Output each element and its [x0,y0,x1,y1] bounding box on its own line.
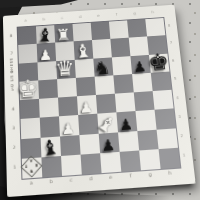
square-a8[interactable] [18,26,37,45]
square-d1[interactable] [81,153,102,175]
black-pawn-g6[interactable]: ♟ [133,59,148,74]
file-label-bottom-g: g [149,172,152,177]
square-f5[interactable] [113,74,133,94]
square-e5[interactable] [95,75,115,95]
square-c1[interactable] [61,154,82,176]
square-g3[interactable] [136,110,157,131]
file-label-bottom-e: e [109,175,112,180]
white-pawn-c3[interactable]: ♟ [61,120,76,136]
file-label-top-d: d [79,15,82,19]
file-label-bottom-h: h [168,171,171,176]
rank-label-right-7: 7 [170,41,173,45]
file-label-bottom-c: c [70,178,73,183]
rank-label-left-3: 3 [12,126,15,131]
logo-piece-glyph: ♞ [28,168,35,175]
square-g2[interactable] [137,129,158,150]
square-e8[interactable] [91,22,111,41]
square-f6[interactable] [112,56,132,75]
white-bishop-d7[interactable]: ♝ [73,40,93,61]
square-h8[interactable] [145,18,165,37]
square-a7[interactable] [18,44,37,63]
square-g8[interactable] [127,19,147,38]
white-rook-c8[interactable]: ♜ [55,27,71,44]
black-bishop-b8[interactable]: ♝ [35,26,53,45]
square-h1[interactable] [159,147,181,168]
white-pawn-b7[interactable]: ♟ [39,47,53,62]
square-d2[interactable] [79,133,100,154]
square-f1[interactable] [120,150,141,171]
rank-label-right-1: 1 [183,154,186,158]
file-label-bottom-f: f [130,174,132,179]
square-d5[interactable] [76,76,96,96]
square-e1[interactable] [100,152,121,174]
file-label-top-g: g [133,12,136,16]
square-f2[interactable] [118,131,139,152]
square-f8[interactable] [109,20,129,39]
file-label-top-c: c [61,16,63,20]
file-label-bottom-d: d [89,177,92,182]
black-pawn-e2[interactable]: ♟ [101,137,116,153]
rank-label-left-1: 1 [13,166,16,171]
black-king-h6[interactable]: ♚ [146,50,171,75]
file-label-top-e: e [97,14,100,18]
white-pawn-d4[interactable]: ♟ [79,100,93,116]
square-g1[interactable] [139,149,161,170]
square-h3[interactable] [155,109,176,130]
square-a3[interactable] [21,118,41,139]
black-bishop-b2[interactable]: ♝ [39,135,60,159]
rank-label-right-3: 3 [178,115,181,119]
file-label-top-f: f [116,13,118,17]
rank-label-left-2: 2 [13,146,16,151]
table-edge-dark-top [0,0,78,8]
rank-label-left-7: 7 [10,51,13,55]
square-b4[interactable] [39,98,59,118]
square-h4[interactable] [153,90,174,110]
rank-label-left-4: 4 [12,107,15,112]
file-label-top-a: a [24,19,26,23]
photo-scene: © US CHESS ♛♜♝♞♝♜♟♝♛♞♟♚♚♟♟♝♟♟♝88aa77bb66… [0,0,200,200]
square-g4[interactable] [134,91,155,111]
square-c4[interactable] [58,96,78,116]
rank-label-right-5: 5 [174,77,177,81]
rank-label-left-6: 6 [11,70,14,74]
rank-label-left-8: 8 [10,34,13,38]
rank-label-right-8: 8 [168,24,171,28]
rank-label-left-5: 5 [11,88,14,93]
square-f7[interactable] [110,38,130,57]
rank-label-right-6: 6 [172,59,175,63]
file-label-bottom-b: b [50,180,53,185]
square-h2[interactable] [157,128,178,149]
square-b5[interactable] [38,79,58,99]
black-knight-e6[interactable]: ♞ [93,58,111,77]
square-c2[interactable] [60,135,81,156]
file-label-bottom-a: a [30,181,33,186]
rank-label-right-4: 4 [176,96,179,100]
vinyl-chess-mat: © US CHESS ♛♜♝♞♝♜♟♝♛♞♟♚♚♟♟♝♟♟♝88aa77bb66… [3,5,196,197]
white-queen-c6[interactable]: ♛ [55,58,76,80]
rank-label-right-2: 2 [180,134,183,138]
black-pawn-f3[interactable]: ♟ [119,116,134,132]
file-label-top-h: h [151,11,154,15]
square-f4[interactable] [115,92,136,112]
white-king-a5[interactable]: ♚ [17,77,39,102]
file-label-top-b: b [43,18,46,22]
